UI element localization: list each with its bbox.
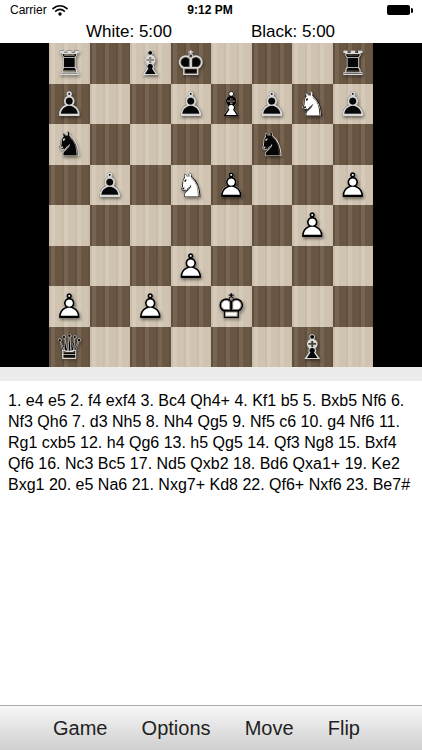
square-e6[interactable] xyxy=(211,124,252,165)
square-f3[interactable] xyxy=(252,246,293,287)
white-knight[interactable]: ♞♘ xyxy=(292,84,333,125)
square-d6[interactable] xyxy=(171,124,212,165)
square-h6[interactable] xyxy=(333,124,374,165)
square-h2[interactable] xyxy=(333,286,374,327)
square-c8[interactable]: ♝♗ xyxy=(130,43,171,84)
square-a1[interactable]: ♛♕ xyxy=(49,327,90,368)
square-a3[interactable] xyxy=(49,246,90,287)
square-b6[interactable] xyxy=(90,124,131,165)
square-e4[interactable] xyxy=(211,205,252,246)
square-a7[interactable]: ♟♙ xyxy=(49,84,90,125)
piece-glyph-outline: ♙ xyxy=(171,246,212,287)
white-pawn[interactable]: ♟♙ xyxy=(171,246,212,287)
black-pawn[interactable]: ♟♙ xyxy=(49,84,90,125)
black-pawn[interactable]: ♟♙ xyxy=(171,84,212,125)
move-list: 1. e4 e5 2. f4 exf4 3. Bc4 Qh4+ 4. Kf1 b… xyxy=(0,381,422,705)
square-g3[interactable] xyxy=(292,246,333,287)
white-knight[interactable]: ♞♘ xyxy=(171,165,212,206)
square-a8[interactable]: ♜♖ xyxy=(49,43,90,84)
square-f7[interactable]: ♟♙ xyxy=(252,84,293,125)
black-knight[interactable]: ♞♘ xyxy=(49,124,90,165)
toolbar: Game Options Move Flip xyxy=(0,705,422,750)
white-king[interactable]: ♚♔ xyxy=(211,286,252,327)
piece-glyph-outline: ♔ xyxy=(211,286,252,327)
piece-glyph-outline: ♘ xyxy=(252,124,293,165)
white-bishop[interactable]: ♝♗ xyxy=(211,84,252,125)
clock-row: White: 5:00 Black: 5:00 xyxy=(0,20,422,43)
piece-glyph-outline: ♕ xyxy=(49,327,90,368)
piece-glyph-outline: ♙ xyxy=(211,165,252,206)
square-d2[interactable] xyxy=(171,286,212,327)
square-f8[interactable] xyxy=(252,43,293,84)
square-a4[interactable] xyxy=(49,205,90,246)
square-b4[interactable] xyxy=(90,205,131,246)
black-pawn[interactable]: ♟♙ xyxy=(90,165,131,206)
square-f5[interactable] xyxy=(252,165,293,206)
piece-glyph-outline: ♙ xyxy=(49,84,90,125)
white-pawn[interactable]: ♟♙ xyxy=(49,286,90,327)
square-b8[interactable] xyxy=(90,43,131,84)
square-a5[interactable] xyxy=(49,165,90,206)
piece-glyph-outline: ♗ xyxy=(292,327,333,368)
square-c4[interactable] xyxy=(130,205,171,246)
move-button[interactable]: Move xyxy=(245,717,294,740)
piece-glyph-outline: ♙ xyxy=(130,286,171,327)
piece-glyph-outline: ♘ xyxy=(171,165,212,206)
square-d5[interactable]: ♞♘ xyxy=(171,165,212,206)
black-bishop[interactable]: ♝♗ xyxy=(130,43,171,84)
square-c7[interactable] xyxy=(130,84,171,125)
square-f1[interactable] xyxy=(252,327,293,368)
white-pawn[interactable]: ♟♙ xyxy=(211,165,252,206)
wifi-icon xyxy=(52,4,68,16)
flip-button[interactable]: Flip xyxy=(328,717,360,740)
square-e3[interactable] xyxy=(211,246,252,287)
piece-glyph-outline: ♘ xyxy=(49,124,90,165)
black-knight[interactable]: ♞♘ xyxy=(252,124,293,165)
square-h1[interactable] xyxy=(333,327,374,368)
square-h8[interactable]: ♜♖ xyxy=(333,43,374,84)
square-e8[interactable] xyxy=(211,43,252,84)
piece-glyph-outline: ♙ xyxy=(49,286,90,327)
square-b1[interactable] xyxy=(90,327,131,368)
status-time: 9:12 PM xyxy=(187,3,232,17)
square-c2[interactable]: ♟♙ xyxy=(130,286,171,327)
square-h3[interactable] xyxy=(333,246,374,287)
square-g6[interactable] xyxy=(292,124,333,165)
square-a2[interactable]: ♟♙ xyxy=(49,286,90,327)
black-clock: Black: 5:00 xyxy=(211,22,375,42)
square-d1[interactable] xyxy=(171,327,212,368)
black-queen[interactable]: ♛♕ xyxy=(49,327,90,368)
square-d3[interactable]: ♟♙ xyxy=(171,246,212,287)
piece-glyph-outline: ♙ xyxy=(171,84,212,125)
black-king[interactable]: ♚♔ xyxy=(171,43,212,84)
square-f2[interactable] xyxy=(252,286,293,327)
square-b7[interactable] xyxy=(90,84,131,125)
white-pawn[interactable]: ♟♙ xyxy=(130,286,171,327)
piece-glyph-outline: ♔ xyxy=(171,43,212,84)
square-b2[interactable] xyxy=(90,286,131,327)
square-g1[interactable]: ♝♗ xyxy=(292,327,333,368)
square-d8[interactable]: ♚♔ xyxy=(171,43,212,84)
square-a6[interactable]: ♞♘ xyxy=(49,124,90,165)
app-screen: Carrier 9:12 PM White: 5:00 Black: 5:00 … xyxy=(0,0,422,750)
square-d4[interactable] xyxy=(171,205,212,246)
piece-glyph-outline: ♙ xyxy=(333,165,374,206)
square-g2[interactable] xyxy=(292,286,333,327)
game-button[interactable]: Game xyxy=(53,717,107,740)
battery-icon xyxy=(387,5,410,15)
carrier-label: Carrier xyxy=(10,3,47,17)
square-b3[interactable] xyxy=(90,246,131,287)
square-g5[interactable] xyxy=(292,165,333,206)
square-e1[interactable] xyxy=(211,327,252,368)
chess-board: ♜♖♝♗♚♔♜♖♟♙♟♙♝♗♟♙♞♘♟♙♞♘♞♘♟♙♞♘♟♙♟♙♟♙♟♙♟♙♟♙… xyxy=(49,43,373,367)
square-f6[interactable]: ♞♘ xyxy=(252,124,293,165)
piece-glyph-outline: ♘ xyxy=(292,84,333,125)
piece-glyph-outline: ♙ xyxy=(292,205,333,246)
square-g7[interactable]: ♞♘ xyxy=(292,84,333,125)
piece-glyph-outline: ♗ xyxy=(211,84,252,125)
piece-glyph-outline: ♙ xyxy=(90,165,131,206)
status-bar: Carrier 9:12 PM xyxy=(0,0,422,20)
piece-glyph-outline: ♗ xyxy=(130,43,171,84)
square-d7[interactable]: ♟♙ xyxy=(171,84,212,125)
white-pawn[interactable]: ♟♙ xyxy=(292,205,333,246)
board-bottom-strip xyxy=(0,367,422,381)
black-bishop[interactable]: ♝♗ xyxy=(292,327,333,368)
square-b5[interactable]: ♟♙ xyxy=(90,165,131,206)
black-rook[interactable]: ♜♖ xyxy=(49,43,90,84)
square-c3[interactable] xyxy=(130,246,171,287)
piece-glyph-outline: ♙ xyxy=(333,84,374,125)
square-h7[interactable]: ♟♙ xyxy=(333,84,374,125)
square-h5[interactable]: ♟♙ xyxy=(333,165,374,206)
square-f4[interactable] xyxy=(252,205,293,246)
square-e2[interactable]: ♚♔ xyxy=(211,286,252,327)
options-button[interactable]: Options xyxy=(142,717,211,740)
white-clock: White: 5:00 xyxy=(47,22,211,42)
square-h4[interactable] xyxy=(333,205,374,246)
board-strip: ♜♖♝♗♚♔♜♖♟♙♟♙♝♗♟♙♞♘♟♙♞♘♞♘♟♙♞♘♟♙♟♙♟♙♟♙♟♙♟♙… xyxy=(0,43,422,367)
square-g4[interactable]: ♟♙ xyxy=(292,205,333,246)
black-pawn[interactable]: ♟♙ xyxy=(333,84,374,125)
square-e5[interactable]: ♟♙ xyxy=(211,165,252,206)
piece-glyph-outline: ♖ xyxy=(49,43,90,84)
piece-glyph-outline: ♙ xyxy=(252,84,293,125)
black-pawn[interactable]: ♟♙ xyxy=(252,84,293,125)
black-rook[interactable]: ♜♖ xyxy=(333,43,374,84)
square-g8[interactable] xyxy=(292,43,333,84)
square-e7[interactable]: ♝♗ xyxy=(211,84,252,125)
square-c1[interactable] xyxy=(130,327,171,368)
piece-glyph-outline: ♖ xyxy=(333,43,374,84)
white-pawn[interactable]: ♟♙ xyxy=(333,165,374,206)
square-c6[interactable] xyxy=(130,124,171,165)
square-c5[interactable] xyxy=(130,165,171,206)
